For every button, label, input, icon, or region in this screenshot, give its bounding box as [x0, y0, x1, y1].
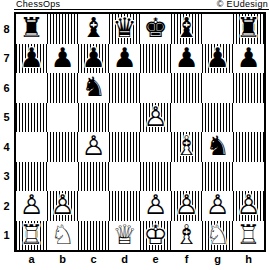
black-rook: ♜♜	[233, 13, 264, 43]
square-h3[interactable]	[233, 162, 264, 192]
rank-label-2: 2	[0, 191, 13, 221]
piece-silhouette: ♟	[16, 43, 47, 73]
square-c4[interactable]: ♟♙	[78, 132, 109, 162]
file-labels: abcdefgh	[16, 253, 264, 265]
square-b8[interactable]	[47, 14, 78, 44]
white-pawn: ♟♙	[202, 190, 233, 220]
square-g4[interactable]: ♞♞	[202, 132, 233, 162]
piece-glyph: ♟	[78, 43, 109, 73]
rank-label-1: 1	[0, 221, 13, 251]
square-f6[interactable]	[171, 73, 202, 103]
black-pawn: ♟♟	[16, 43, 47, 73]
square-h2[interactable]: ♟♙	[233, 191, 264, 221]
piece-silhouette: ♟	[140, 102, 171, 132]
piece-silhouette: ♛	[109, 13, 140, 43]
rank-label-4: 4	[0, 132, 13, 162]
square-g8[interactable]	[202, 14, 233, 44]
square-e2[interactable]: ♟♙	[140, 191, 171, 221]
piece-silhouette: ♟	[109, 43, 140, 73]
piece-glyph: ♛	[109, 13, 140, 43]
piece-glyph: ♕	[109, 220, 140, 250]
file-label-g: g	[202, 253, 233, 265]
black-bishop: ♝♝	[78, 13, 109, 43]
square-a3[interactable]	[16, 162, 47, 192]
square-b3[interactable]	[47, 162, 78, 192]
piece-glyph: ♖	[233, 220, 264, 250]
square-g2[interactable]: ♟♙	[202, 191, 233, 221]
square-c7[interactable]: ♟♟	[78, 44, 109, 74]
square-d5[interactable]	[109, 103, 140, 133]
file-label-h: h	[233, 253, 264, 265]
chess-board: ♜♜♝♝♛♛♚♚♝♝♜♜♟♟♟♟♟♟♟♟♟♟♟♟♟♟♞♞♟♙♟♙♝♗♞♞♟♙♟♙…	[14, 12, 266, 252]
white-pawn: ♟♙	[78, 131, 109, 161]
file-label-c: c	[78, 253, 109, 265]
square-d2[interactable]	[109, 191, 140, 221]
black-pawn: ♟♟	[171, 43, 202, 73]
square-d8[interactable]: ♛♛	[109, 14, 140, 44]
piece-silhouette: ♝	[171, 220, 202, 250]
square-b7[interactable]: ♟♟	[47, 44, 78, 74]
white-bishop: ♝♗	[171, 220, 202, 250]
piece-silhouette: ♚	[140, 220, 171, 250]
square-c5[interactable]	[78, 103, 109, 133]
square-c6[interactable]: ♞♞	[78, 73, 109, 103]
square-e4[interactable]	[140, 132, 171, 162]
square-h1[interactable]: ♜♖	[233, 221, 264, 251]
black-queen: ♛♛	[109, 13, 140, 43]
square-g7[interactable]: ♟♟	[202, 44, 233, 74]
square-d7[interactable]: ♟♟	[109, 44, 140, 74]
square-g6[interactable]	[202, 73, 233, 103]
square-a8[interactable]: ♜♜	[16, 14, 47, 44]
rank-label-3: 3	[0, 162, 13, 192]
piece-glyph: ♟	[233, 43, 264, 73]
square-f5[interactable]	[171, 103, 202, 133]
white-pawn: ♟♙	[140, 190, 171, 220]
rank-label-6: 6	[0, 73, 13, 103]
piece-silhouette: ♜	[233, 13, 264, 43]
square-f3[interactable]	[171, 162, 202, 192]
piece-glyph: ♝	[78, 13, 109, 43]
square-h8[interactable]: ♜♜	[233, 14, 264, 44]
square-h5[interactable]	[233, 103, 264, 133]
piece-glyph: ♚	[140, 13, 171, 43]
piece-silhouette: ♞	[202, 131, 233, 161]
rank-label-7: 7	[0, 44, 13, 74]
piece-silhouette: ♞	[202, 220, 233, 250]
white-pawn: ♟♙	[233, 190, 264, 220]
piece-silhouette: ♟	[202, 190, 233, 220]
file-label-e: e	[140, 253, 171, 265]
black-pawn: ♟♟	[202, 43, 233, 73]
piece-glyph: ♟	[202, 43, 233, 73]
white-knight: ♞♘	[202, 220, 233, 250]
piece-silhouette: ♟	[233, 43, 264, 73]
square-g3[interactable]	[202, 162, 233, 192]
piece-silhouette: ♜	[16, 220, 47, 250]
square-f4[interactable]: ♝♗	[171, 132, 202, 162]
square-e6[interactable]	[140, 73, 171, 103]
black-pawn: ♟♟	[109, 43, 140, 73]
square-d6[interactable]	[109, 73, 140, 103]
piece-silhouette: ♟	[233, 190, 264, 220]
square-f1[interactable]: ♝♗	[171, 221, 202, 251]
square-f7[interactable]: ♟♟	[171, 44, 202, 74]
piece-glyph: ♟	[16, 43, 47, 73]
piece-glyph: ♙	[47, 190, 78, 220]
square-c2[interactable]	[78, 191, 109, 221]
piece-silhouette: ♞	[47, 220, 78, 250]
white-queen: ♛♕	[109, 220, 140, 250]
square-c1[interactable]	[78, 221, 109, 251]
piece-silhouette: ♟	[47, 43, 78, 73]
piece-glyph: ♙	[171, 190, 202, 220]
piece-silhouette: ♟	[171, 43, 202, 73]
square-b6[interactable]	[47, 73, 78, 103]
piece-glyph: ♔	[140, 220, 171, 250]
piece-glyph: ♘	[47, 220, 78, 250]
piece-glyph: ♞	[78, 72, 109, 102]
square-b1[interactable]: ♞♘	[47, 221, 78, 251]
square-b4[interactable]	[47, 132, 78, 162]
white-bishop: ♝♗	[171, 131, 202, 161]
piece-silhouette: ♝	[171, 13, 202, 43]
square-h7[interactable]: ♟♟	[233, 44, 264, 74]
credit-text: © EUdesign	[217, 0, 268, 9]
white-rook: ♜♖	[16, 220, 47, 250]
square-d1[interactable]: ♛♕	[109, 221, 140, 251]
black-king: ♚♚	[140, 13, 171, 43]
black-knight: ♞♞	[78, 72, 109, 102]
square-h4[interactable]	[233, 132, 264, 162]
piece-silhouette: ♟	[47, 190, 78, 220]
square-a2[interactable]: ♟♙	[16, 191, 47, 221]
square-c8[interactable]: ♝♝	[78, 14, 109, 44]
piece-glyph: ♟	[171, 43, 202, 73]
white-pawn: ♟♙	[171, 190, 202, 220]
square-e7[interactable]	[140, 44, 171, 74]
square-e3[interactable]	[140, 162, 171, 192]
square-b5[interactable]	[47, 103, 78, 133]
white-pawn: ♟♙	[16, 190, 47, 220]
piece-glyph: ♗	[171, 220, 202, 250]
square-a4[interactable]	[16, 132, 47, 162]
piece-glyph: ♜	[16, 13, 47, 43]
rank-label-5: 5	[0, 103, 13, 133]
file-label-f: f	[171, 253, 202, 265]
header-divider	[14, 9, 269, 10]
piece-silhouette: ♝	[171, 131, 202, 161]
square-d3[interactable]	[109, 162, 140, 192]
piece-glyph: ♘	[202, 220, 233, 250]
white-pawn: ♟♙	[140, 102, 171, 132]
square-a5[interactable]	[16, 103, 47, 133]
square-a6[interactable]	[16, 73, 47, 103]
square-c3[interactable]	[78, 162, 109, 192]
square-e1[interactable]: ♚♔	[140, 221, 171, 251]
square-f2[interactable]: ♟♙	[171, 191, 202, 221]
file-label-a: a	[16, 253, 47, 265]
piece-glyph: ♟	[109, 43, 140, 73]
piece-glyph: ♙	[16, 190, 47, 220]
piece-silhouette: ♛	[109, 220, 140, 250]
white-knight: ♞♘	[47, 220, 78, 250]
piece-glyph: ♖	[16, 220, 47, 250]
black-pawn: ♟♟	[233, 43, 264, 73]
square-a1[interactable]: ♜♖	[16, 221, 47, 251]
piece-glyph: ♙	[233, 190, 264, 220]
piece-glyph: ♞	[202, 131, 233, 161]
square-e5[interactable]: ♟♙	[140, 103, 171, 133]
square-g5[interactable]	[202, 103, 233, 133]
piece-silhouette: ♟	[78, 43, 109, 73]
piece-glyph: ♙	[202, 190, 233, 220]
rank-label-8: 8	[0, 14, 13, 44]
piece-silhouette: ♜	[233, 220, 264, 250]
rank-labels: 87654321	[0, 14, 13, 250]
black-rook: ♜♜	[16, 13, 47, 43]
file-label-b: b	[47, 253, 78, 265]
piece-glyph: ♜	[233, 13, 264, 43]
piece-silhouette: ♝	[78, 13, 109, 43]
white-pawn: ♟♙	[47, 190, 78, 220]
black-pawn: ♟♟	[78, 43, 109, 73]
black-knight: ♞♞	[202, 131, 233, 161]
piece-glyph: ♗	[171, 131, 202, 161]
file-label-d: d	[109, 253, 140, 265]
piece-glyph: ♙	[140, 190, 171, 220]
piece-glyph: ♙	[78, 131, 109, 161]
square-f8[interactable]: ♝♝	[171, 14, 202, 44]
piece-silhouette: ♟	[16, 190, 47, 220]
square-e8[interactable]: ♚♚	[140, 14, 171, 44]
piece-glyph: ♙	[140, 102, 171, 132]
piece-glyph: ♟	[47, 43, 78, 73]
black-pawn: ♟♟	[47, 43, 78, 73]
piece-glyph: ♝	[171, 13, 202, 43]
black-bishop: ♝♝	[171, 13, 202, 43]
piece-silhouette: ♞	[78, 72, 109, 102]
white-rook: ♜♖	[233, 220, 264, 250]
piece-silhouette: ♚	[140, 13, 171, 43]
square-b2[interactable]: ♟♙	[47, 191, 78, 221]
piece-silhouette: ♟	[171, 190, 202, 220]
piece-silhouette: ♜	[16, 13, 47, 43]
square-a7[interactable]: ♟♟	[16, 44, 47, 74]
square-d4[interactable]	[109, 132, 140, 162]
piece-silhouette: ♟	[78, 131, 109, 161]
piece-silhouette: ♟	[202, 43, 233, 73]
piece-silhouette: ♟	[140, 190, 171, 220]
white-king: ♚♔	[140, 220, 171, 250]
app-title: ChessOps	[16, 0, 60, 9]
square-g1[interactable]: ♞♘	[202, 221, 233, 251]
square-h6[interactable]	[233, 73, 264, 103]
